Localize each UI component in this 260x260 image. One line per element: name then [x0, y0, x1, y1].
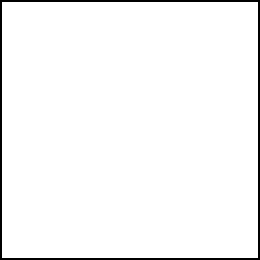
chess-board	[0, 0, 260, 260]
chess-diagram	[0, 0, 260, 260]
